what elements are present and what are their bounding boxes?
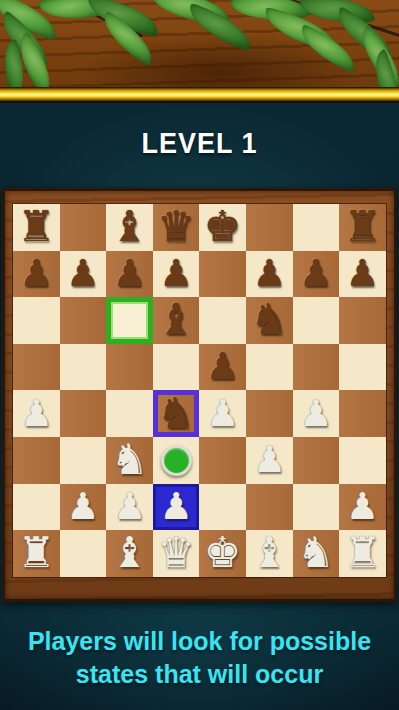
square-g4[interactable]: ♟	[293, 390, 340, 437]
square-d7[interactable]: ♟	[153, 251, 200, 298]
square-c2[interactable]: ♟	[106, 484, 153, 531]
square-f4[interactable]	[246, 390, 293, 437]
square-h3[interactable]	[339, 437, 386, 484]
square-e2[interactable]	[199, 484, 246, 531]
black-knight[interactable]: ♞	[157, 391, 195, 437]
square-g5[interactable]	[293, 344, 340, 391]
black-queen[interactable]: ♛	[157, 204, 195, 250]
square-b5[interactable]	[60, 344, 107, 391]
square-g3[interactable]	[293, 437, 340, 484]
chess-board: ♜♝♛♚♜♟♟♟♟♟♟♟♝♞♟♟♞♟♟♞♟♟♟♟♟♜♝♛♚♝♞♜	[13, 204, 386, 577]
top-banner	[0, 0, 399, 90]
square-c3[interactable]: ♞	[106, 437, 153, 484]
square-f2[interactable]	[246, 484, 293, 531]
app-screen: LEVEL 1 ♜♝♛♚♜♟♟♟♟♟♟♟♝♞♟♟♞♟♟♞♟♟♟♟♟♜♝♛♚♝♞♜…	[0, 0, 399, 710]
square-b8[interactable]	[60, 204, 107, 251]
square-a1[interactable]: ♜	[13, 530, 60, 577]
square-c6[interactable]	[106, 297, 153, 344]
square-d6[interactable]: ♝	[153, 297, 200, 344]
white-bishop[interactable]: ♝	[250, 530, 288, 576]
white-king[interactable]: ♚	[204, 530, 242, 576]
black-knight[interactable]: ♞	[250, 297, 288, 343]
square-a3[interactable]	[13, 437, 60, 484]
square-a4[interactable]: ♟	[13, 390, 60, 437]
square-f1[interactable]: ♝	[246, 530, 293, 577]
square-g2[interactable]	[293, 484, 340, 531]
chess-board-frame: ♜♝♛♚♜♟♟♟♟♟♟♟♝♞♟♟♞♟♟♞♟♟♟♟♟♜♝♛♚♝♞♜	[2, 188, 397, 602]
square-g1[interactable]: ♞	[293, 530, 340, 577]
square-h7[interactable]: ♟	[339, 251, 386, 298]
square-a5[interactable]	[13, 344, 60, 391]
square-e4[interactable]: ♟	[199, 390, 246, 437]
white-pawn[interactable]: ♟	[206, 391, 239, 437]
square-e6[interactable]	[199, 297, 246, 344]
level-title: LEVEL 1	[0, 127, 399, 160]
square-g6[interactable]	[293, 297, 340, 344]
square-h6[interactable]	[339, 297, 386, 344]
square-f6[interactable]: ♞	[246, 297, 293, 344]
black-pawn[interactable]: ♟	[20, 251, 53, 297]
square-c1[interactable]: ♝	[106, 530, 153, 577]
square-e5[interactable]: ♟	[199, 344, 246, 391]
square-h5[interactable]	[339, 344, 386, 391]
black-pawn[interactable]: ♟	[159, 251, 192, 297]
black-king[interactable]: ♚	[204, 204, 242, 250]
black-rook[interactable]: ♜	[344, 204, 382, 250]
square-b7[interactable]: ♟	[60, 251, 107, 298]
hint-caption-line2: states that will occur	[0, 658, 399, 691]
white-queen[interactable]: ♛	[157, 530, 195, 576]
white-knight[interactable]: ♞	[111, 437, 149, 483]
square-e3[interactable]	[199, 437, 246, 484]
white-pawn[interactable]: ♟	[346, 484, 379, 530]
white-rook[interactable]: ♜	[344, 530, 382, 576]
square-b2[interactable]: ♟	[60, 484, 107, 531]
square-a6[interactable]	[13, 297, 60, 344]
hint-caption-line1: Players will look for possible	[0, 625, 399, 658]
square-a2[interactable]	[13, 484, 60, 531]
square-a8[interactable]: ♜	[13, 204, 60, 251]
square-c4[interactable]	[106, 390, 153, 437]
white-bishop[interactable]: ♝	[111, 530, 149, 576]
square-g7[interactable]: ♟	[293, 251, 340, 298]
square-d1[interactable]: ♛	[153, 530, 200, 577]
square-f3[interactable]: ♟	[246, 437, 293, 484]
black-pawn[interactable]: ♟	[253, 251, 286, 297]
square-d8[interactable]: ♛	[153, 204, 200, 251]
black-rook[interactable]: ♜	[17, 204, 55, 250]
white-pawn[interactable]: ♟	[66, 484, 99, 530]
black-bishop[interactable]: ♝	[111, 204, 149, 250]
square-h1[interactable]: ♜	[339, 530, 386, 577]
square-f8[interactable]	[246, 204, 293, 251]
gold-divider-bar	[0, 87, 399, 103]
square-b6[interactable]	[60, 297, 107, 344]
black-pawn[interactable]: ♟	[66, 251, 99, 297]
black-pawn[interactable]: ♟	[206, 344, 239, 390]
square-a7[interactable]: ♟	[13, 251, 60, 298]
white-pawn[interactable]: ♟	[113, 484, 146, 530]
black-pawn[interactable]: ♟	[113, 251, 146, 297]
square-b1[interactable]	[60, 530, 107, 577]
white-pawn[interactable]: ♟	[299, 391, 332, 437]
square-c5[interactable]	[106, 344, 153, 391]
square-e8[interactable]: ♚	[199, 204, 246, 251]
black-bishop[interactable]: ♝	[157, 297, 195, 343]
square-b3[interactable]	[60, 437, 107, 484]
white-pawn[interactable]: ♟	[20, 391, 53, 437]
square-g8[interactable]	[293, 204, 340, 251]
white-pawn[interactable]: ♟	[159, 484, 192, 530]
black-pawn[interactable]: ♟	[346, 251, 379, 297]
white-knight[interactable]: ♞	[297, 530, 335, 576]
square-f5[interactable]	[246, 344, 293, 391]
square-d4[interactable]: ♞	[153, 390, 200, 437]
square-d3[interactable]	[153, 437, 200, 484]
square-c8[interactable]: ♝	[106, 204, 153, 251]
hint-caption: Players will look for possible states th…	[0, 625, 399, 691]
square-h8[interactable]: ♜	[339, 204, 386, 251]
square-e7[interactable]	[199, 251, 246, 298]
square-d5[interactable]	[153, 344, 200, 391]
legal-move-dot[interactable]	[161, 445, 192, 476]
square-c7[interactable]: ♟	[106, 251, 153, 298]
square-d2[interactable]: ♟	[153, 484, 200, 531]
square-f7[interactable]: ♟	[246, 251, 293, 298]
square-h2[interactable]: ♟	[339, 484, 386, 531]
square-b4[interactable]	[60, 390, 107, 437]
black-pawn[interactable]: ♟	[299, 251, 332, 297]
white-rook[interactable]: ♜	[17, 530, 55, 576]
square-e1[interactable]: ♚	[199, 530, 246, 577]
white-pawn[interactable]: ♟	[253, 437, 286, 483]
square-h4[interactable]	[339, 390, 386, 437]
